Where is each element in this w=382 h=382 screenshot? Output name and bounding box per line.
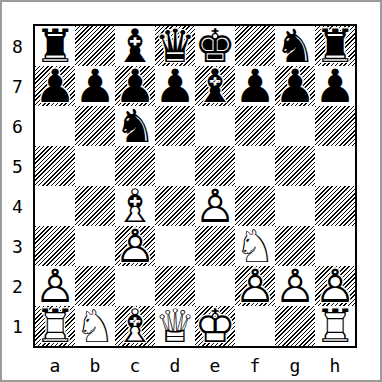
chess-board: ♜♜♝♝♛♛♚♚♞♞♜♜♟♟♟♟♟♟♟♟♝♝♟♟♟♟♟♟♞♞♝♗♟♙♟♙♞♘♟♙… [33,24,357,348]
file-label-f: f [235,351,275,379]
file-labels: abcdefgh [35,351,355,379]
piece-glyph: ♝ [195,66,235,106]
square-f1[interactable] [235,306,275,346]
square-f2[interactable]: ♟♙ [235,266,275,306]
piece-black-pawn[interactable]: ♟♟ [155,66,195,106]
piece-glyph: ♟ [235,66,275,106]
piece-white-queen[interactable]: ♛♕ [155,306,195,346]
square-g1[interactable] [275,306,315,346]
rank-label-3: 3 [4,226,31,266]
square-b5[interactable] [75,146,115,186]
square-h6[interactable] [315,106,355,146]
piece-black-bishop[interactable]: ♝♝ [195,66,235,106]
square-a6[interactable] [35,106,75,146]
piece-glyph: ♕ [155,306,195,346]
piece-glyph: ♟ [155,66,195,106]
rank-label-8: 8 [4,26,31,66]
piece-glyph: ♟ [75,66,115,106]
square-g4[interactable] [275,186,315,226]
chess-diagram: 87654321 ♜♜♝♝♛♛♚♚♞♞♜♜♟♟♟♟♟♟♟♟♝♝♟♟♟♟♟♟♞♞♝… [0,0,382,382]
piece-black-knight[interactable]: ♞♞ [115,106,155,146]
square-f7[interactable]: ♟♟ [235,66,275,106]
square-b3[interactable] [75,226,115,266]
file-label-c: c [115,351,155,379]
piece-glyph: ♘ [75,306,115,346]
square-d3[interactable] [155,226,195,266]
square-g5[interactable] [275,146,315,186]
square-h4[interactable] [315,186,355,226]
piece-white-knight[interactable]: ♞♘ [75,306,115,346]
piece-glyph: ♗ [115,306,155,346]
square-c6[interactable]: ♞♞ [115,106,155,146]
square-g6[interactable] [275,106,315,146]
rank-label-1: 1 [4,306,31,346]
square-b7[interactable]: ♟♟ [75,66,115,106]
square-d5[interactable] [155,146,195,186]
piece-white-bishop[interactable]: ♝♗ [115,306,155,346]
piece-glyph: ♞ [115,106,155,146]
file-label-g: g [275,351,315,379]
square-a4[interactable] [35,186,75,226]
rank-label-2: 2 [4,266,31,306]
square-e1[interactable]: ♚♔ [195,306,235,346]
piece-glyph: ♙ [195,186,235,226]
rank-label-6: 6 [4,106,31,146]
square-g7[interactable]: ♟♟ [275,66,315,106]
square-c3[interactable]: ♟♙ [115,226,155,266]
rank-label-7: 7 [4,66,31,106]
square-e7[interactable]: ♝♝ [195,66,235,106]
piece-glyph: ♙ [235,266,275,306]
piece-glyph: ♟ [35,66,75,106]
square-b6[interactable] [75,106,115,146]
piece-glyph: ♙ [115,226,155,266]
piece-white-rook[interactable]: ♜♖ [35,306,75,346]
square-d1[interactable]: ♛♕ [155,306,195,346]
square-e3[interactable] [195,226,235,266]
square-g2[interactable]: ♟♙ [275,266,315,306]
piece-black-pawn[interactable]: ♟♟ [275,66,315,106]
piece-white-pawn[interactable]: ♟♙ [195,186,235,226]
file-label-e: e [195,351,235,379]
rank-labels: 87654321 [4,26,31,346]
square-d7[interactable]: ♟♟ [155,66,195,106]
piece-white-pawn[interactable]: ♟♙ [235,266,275,306]
piece-glyph: ♙ [275,266,315,306]
piece-glyph: ♖ [35,306,75,346]
piece-white-pawn[interactable]: ♟♙ [275,266,315,306]
square-f5[interactable] [235,146,275,186]
square-e6[interactable] [195,106,235,146]
piece-white-rook[interactable]: ♜♖ [315,306,355,346]
square-b1[interactable]: ♞♘ [75,306,115,346]
square-d6[interactable] [155,106,195,146]
square-h1[interactable]: ♜♖ [315,306,355,346]
square-f6[interactable] [235,106,275,146]
square-e4[interactable]: ♟♙ [195,186,235,226]
square-h7[interactable]: ♟♟ [315,66,355,106]
file-label-b: b [75,351,115,379]
file-label-d: d [155,351,195,379]
rank-label-4: 4 [4,186,31,226]
square-h5[interactable] [315,146,355,186]
rank-label-5: 5 [4,146,31,186]
piece-glyph: ♔ [195,306,235,346]
piece-glyph: ♖ [315,306,355,346]
square-b4[interactable] [75,186,115,226]
piece-white-pawn[interactable]: ♟♙ [115,226,155,266]
piece-black-pawn[interactable]: ♟♟ [235,66,275,106]
piece-black-pawn[interactable]: ♟♟ [75,66,115,106]
piece-black-pawn[interactable]: ♟♟ [35,66,75,106]
piece-black-pawn[interactable]: ♟♟ [315,66,355,106]
square-a7[interactable]: ♟♟ [35,66,75,106]
file-label-h: h [315,351,355,379]
square-a1[interactable]: ♜♖ [35,306,75,346]
square-d4[interactable] [155,186,195,226]
piece-white-king[interactable]: ♚♔ [195,306,235,346]
piece-glyph: ♟ [275,66,315,106]
file-label-a: a [35,351,75,379]
square-c1[interactable]: ♝♗ [115,306,155,346]
square-a5[interactable] [35,146,75,186]
piece-glyph: ♟ [315,66,355,106]
